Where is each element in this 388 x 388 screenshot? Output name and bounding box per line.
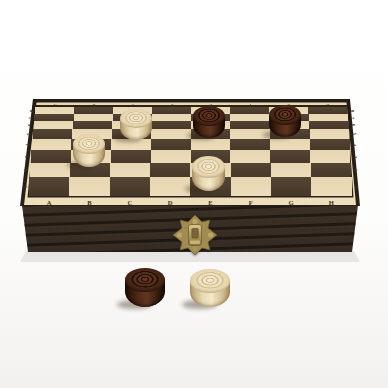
pieces-layer: [0, 0, 388, 388]
checker-dark-g5[interactable]: [269, 105, 301, 137]
product-photo-stage: ABCDEFGHABCDEFGH1122334455667788: [0, 0, 388, 388]
piece-top: [192, 156, 225, 178]
checker-light-c5[interactable]: [120, 109, 152, 140]
checker-dark-front[interactable]: [125, 268, 165, 307]
piece-top: [269, 105, 301, 125]
checker-light-e1[interactable]: [192, 156, 225, 191]
piece-top: [125, 268, 165, 292]
checker-dark-e5[interactable]: [193, 106, 225, 138]
piece-top: [190, 269, 230, 293]
checker-light-front[interactable]: [190, 269, 230, 307]
checker-light-b3[interactable]: [73, 134, 105, 167]
piece-top: [193, 106, 225, 126]
